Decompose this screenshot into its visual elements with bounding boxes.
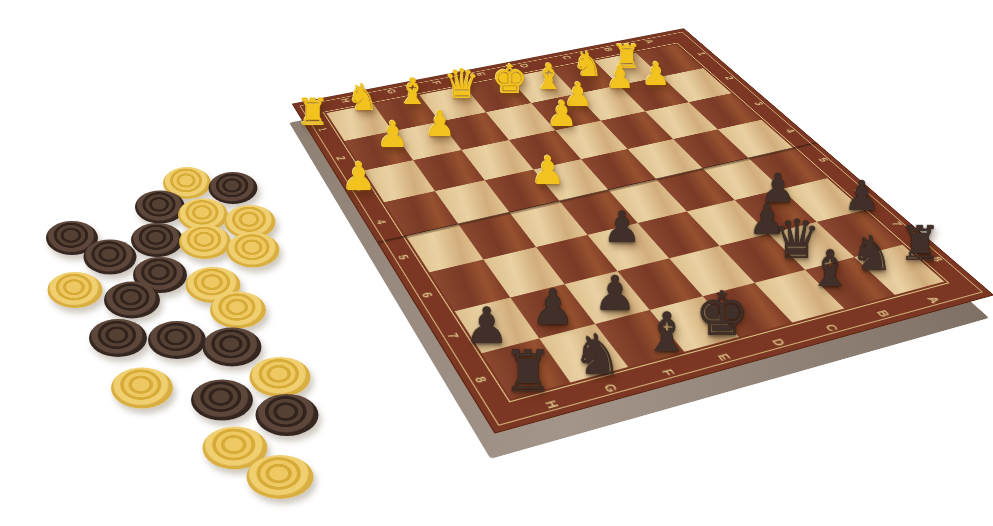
rank-label-left-3: 3 [351, 184, 368, 194]
square-b7 [769, 222, 855, 270]
square-c4 [628, 139, 703, 179]
square-d4 [581, 149, 656, 190]
file-label-top-D: D [516, 62, 532, 70]
square-d7 [669, 246, 754, 296]
square-f6 [536, 235, 617, 284]
checker-yellow-2 [178, 199, 228, 232]
file-label-bottom-F: F [656, 365, 678, 380]
square-g2 [393, 122, 462, 161]
square-g7 [510, 284, 595, 338]
square-a7 [817, 210, 903, 257]
checker-dark-4 [131, 223, 183, 257]
checker-dark-1 [209, 172, 258, 204]
rank-label-right-2: 2 [720, 74, 737, 82]
square-e4 [533, 159, 608, 201]
chess-board-3d: 1122334455667788HHGGFFEEDDCCBBAA [293, 29, 993, 433]
square-a5 [749, 148, 828, 189]
rank-label-left-6: 6 [417, 289, 436, 302]
square-c7 [719, 234, 805, 283]
checker-yellow-1 [163, 167, 211, 199]
square-f7 [565, 271, 650, 324]
rank-label-left-4: 4 [371, 217, 389, 228]
square-a4 [718, 120, 794, 158]
checker-yellow-3 [225, 205, 276, 239]
rank-label-right-3: 3 [749, 99, 766, 108]
square-f8 [595, 310, 684, 367]
square-h7 [455, 298, 540, 354]
square-a6 [782, 178, 864, 222]
square-e3 [509, 130, 581, 169]
checker-dark-2 [135, 191, 185, 224]
rank-label-left-1: 1 [314, 125, 330, 134]
square-a8 [854, 245, 944, 295]
checker-dark-11 [191, 380, 253, 421]
rank-label-right-1: 1 [693, 50, 709, 58]
square-e8 [650, 296, 739, 352]
square-h4 [384, 191, 458, 236]
square-h6 [429, 260, 510, 312]
checker-dark-12 [256, 394, 319, 436]
rank-label-left-8: 8 [469, 373, 490, 388]
checker-yellow-9 [250, 357, 311, 397]
checker-yellow-4 [179, 225, 231, 259]
rank-label-right-6: 6 [848, 186, 868, 196]
chess-board-frame: 1122334455667788HHGGFFEEDDCCBBAA [293, 29, 993, 433]
square-g3 [413, 150, 485, 191]
square-g5 [458, 213, 536, 260]
square-f5 [510, 201, 588, 247]
square-f2 [440, 112, 509, 150]
square-d6 [638, 211, 720, 258]
rank-label-right-4: 4 [780, 126, 798, 135]
square-e5 [560, 190, 638, 235]
square-g6 [483, 247, 564, 297]
board-fold-seam [378, 142, 818, 244]
rank-label-right-5: 5 [813, 155, 832, 165]
square-e7 [617, 258, 702, 310]
file-label-top-H: H [337, 96, 352, 104]
file-label-top-B: B [600, 46, 616, 54]
square-f4 [485, 170, 560, 213]
file-label-bottom-G: G [599, 381, 621, 396]
checker-dark-8 [89, 319, 147, 357]
square-d3 [555, 121, 627, 159]
square-d5 [608, 179, 686, 223]
checker-yellow-5 [227, 233, 280, 268]
checker-yellow-6 [186, 267, 241, 303]
checker-dark-6 [133, 257, 187, 293]
square-h1 [326, 104, 392, 141]
square-c8 [755, 270, 845, 323]
square-f3 [462, 140, 534, 180]
checker-yellow-7 [48, 272, 103, 308]
square-g8 [539, 324, 628, 383]
square-c3 [601, 111, 673, 149]
file-label-top-G: G [383, 87, 398, 95]
checker-dark-9 [148, 321, 206, 359]
checker-yellow-8 [210, 292, 266, 329]
square-d8 [703, 283, 793, 337]
square-b3 [645, 102, 718, 139]
square-c6 [687, 200, 769, 246]
checker-dark-7 [104, 282, 160, 319]
rank-label-right-8: 8 [926, 253, 948, 265]
file-label-bottom-H: H [540, 397, 562, 412]
file-label-top-A: A [641, 38, 657, 45]
square-b6 [735, 189, 817, 234]
rank-label-left-7: 7 [442, 329, 462, 343]
square-b4 [673, 129, 748, 168]
square-b5 [703, 158, 782, 200]
square-h8 [482, 338, 571, 398]
square-h2 [344, 131, 413, 170]
checker-yellow-12 [247, 455, 314, 499]
rank-label-left-5: 5 [393, 252, 412, 264]
file-label-bottom-D: D [766, 336, 788, 350]
file-label-top-F: F [428, 79, 444, 87]
square-h5 [406, 224, 483, 272]
checker-yellow-11 [203, 427, 268, 470]
file-label-bottom-A: A [921, 294, 943, 307]
product-photo-scene: 1122334455667788HHGGFFEEDDCCBBAA ♜♞♝♛♚♝♞… [0, 0, 993, 526]
checker-yellow-10 [111, 368, 173, 409]
rank-label-left-2: 2 [332, 154, 348, 164]
square-e2 [486, 103, 555, 140]
file-label-top-C: C [558, 54, 574, 62]
square-h3 [364, 160, 435, 202]
square-b8 [805, 257, 895, 308]
square-c5 [656, 169, 734, 212]
file-label-top-E: E [472, 70, 488, 78]
checker-dark-5 [84, 240, 137, 275]
file-label-bottom-C: C [819, 321, 841, 334]
square-g4 [435, 180, 510, 224]
rank-label-right-7: 7 [886, 218, 907, 229]
checker-dark-10 [203, 328, 262, 367]
checker-dark-3 [46, 221, 98, 255]
file-label-bottom-B: B [871, 307, 893, 320]
square-e6 [588, 223, 670, 271]
file-label-bottom-E: E [712, 350, 734, 364]
